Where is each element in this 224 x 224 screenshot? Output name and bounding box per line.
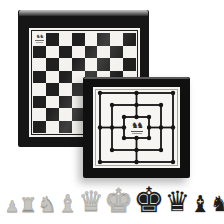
morris-point <box>122 115 126 119</box>
white-bishop-piece: ♝ <box>57 192 79 216</box>
logo-text-bar <box>132 133 142 134</box>
morris-point <box>98 91 102 95</box>
morris-point <box>134 148 138 152</box>
chess-square <box>59 58 72 71</box>
nine-mens-morris-board: ♞♞ <box>83 77 190 178</box>
morris-point <box>134 103 138 107</box>
white-pawn-piece: ♟ <box>5 199 19 215</box>
chess-square <box>123 46 136 59</box>
chess-square <box>33 58 46 71</box>
chess-square <box>59 33 72 46</box>
morris-point <box>147 136 151 140</box>
chess-square <box>33 71 46 84</box>
chess-square <box>72 58 85 71</box>
chess-square <box>123 33 136 46</box>
chess-square <box>59 71 72 84</box>
morris-point <box>134 136 138 140</box>
product-photo-chess-morris-set: { "game": "Chess and Nine Men's Morris c… <box>0 0 224 224</box>
morris-point <box>110 125 114 129</box>
chess-square <box>72 33 85 46</box>
chess-square <box>85 46 98 59</box>
chess-square <box>59 46 72 59</box>
morris-point <box>134 91 138 95</box>
logo-text-bar <box>35 40 44 41</box>
morris-point <box>98 160 102 164</box>
black-knight-piece: ♞ <box>210 194 224 215</box>
logo-text-bar <box>36 42 43 43</box>
chess-square <box>46 96 59 109</box>
morris-point <box>171 91 175 95</box>
chess-square <box>46 83 59 96</box>
chess-square <box>33 121 46 134</box>
chess-square <box>33 108 46 121</box>
morris-point <box>171 160 175 164</box>
morris-point <box>147 125 151 129</box>
morris-point <box>171 125 175 129</box>
morris-point <box>134 115 138 119</box>
pieces-tray: ♟ ♜ ♞ ♝ ♛ ♚ ♚ ♛ ♝ ♞ ♜ ♟ <box>5 176 219 212</box>
white-rook-piece: ♜ <box>19 195 37 215</box>
knight-logo-icon: ♞♞ <box>34 34 45 39</box>
morris-point <box>159 148 163 152</box>
chess-square <box>59 96 72 109</box>
chess-square <box>33 46 46 59</box>
chess-square <box>123 58 136 71</box>
chess-square <box>59 121 72 134</box>
chess-square <box>59 83 72 96</box>
morris-point <box>122 136 126 140</box>
chess-square <box>97 46 110 59</box>
morris-point <box>159 103 163 107</box>
black-queen-piece: ♛ <box>165 188 190 216</box>
morris-point <box>147 115 151 119</box>
chess-square <box>33 96 46 109</box>
chess-square <box>110 58 123 71</box>
black-king-piece: ♚ <box>133 183 164 218</box>
chess-square <box>72 46 85 59</box>
morris-board-top-edge <box>84 77 189 79</box>
chess-square <box>110 33 123 46</box>
chess-square <box>97 58 110 71</box>
chess-board-top-edge <box>19 10 148 16</box>
morris-point <box>110 103 114 107</box>
morris-point <box>110 148 114 152</box>
morris-point <box>98 125 102 129</box>
logo-text-bar <box>131 131 143 132</box>
white-king-piece: ♚ <box>104 184 134 217</box>
chess-square <box>97 33 110 46</box>
chess-square <box>85 58 98 71</box>
chess-square <box>33 83 46 96</box>
chess-square <box>46 46 59 59</box>
white-queen-piece: ♛ <box>79 188 104 216</box>
chess-square <box>110 46 123 59</box>
chess-square <box>46 58 59 71</box>
chess-square <box>46 33 59 46</box>
morris-point <box>134 160 138 164</box>
chess-square <box>46 71 59 84</box>
black-bishop-piece: ♝ <box>190 193 211 216</box>
chess-square <box>59 108 72 121</box>
white-knight-piece: ♞ <box>37 194 57 216</box>
chess-square <box>46 108 59 121</box>
chess-corner-logo: ♞♞ <box>34 34 45 45</box>
morris-center-logo: ♞♞ <box>127 121 147 135</box>
chess-square <box>85 33 98 46</box>
morris-point <box>159 125 163 129</box>
chess-square <box>46 121 59 134</box>
knight-logo-icon: ♞♞ <box>127 122 147 130</box>
